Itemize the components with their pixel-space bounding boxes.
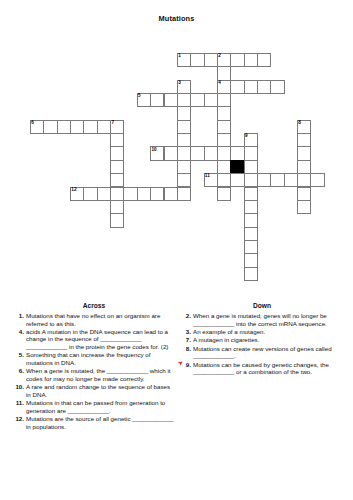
grid-cell[interactable] xyxy=(110,120,124,134)
grid-cell[interactable] xyxy=(164,146,178,160)
grid-cell[interactable] xyxy=(217,173,231,187)
grid-cell[interactable] xyxy=(30,120,44,134)
grid-cell[interactable] xyxy=(217,187,231,201)
grid-cell[interactable] xyxy=(217,53,231,67)
grid-cell[interactable] xyxy=(110,160,124,174)
grid-cell[interactable] xyxy=(190,93,204,107)
grid-cell[interactable] xyxy=(164,93,178,107)
puzzle-title: Mutations xyxy=(0,14,353,23)
grid-cell[interactable] xyxy=(70,187,84,201)
grid-cell[interactable] xyxy=(150,146,164,160)
grid-cell[interactable] xyxy=(110,187,124,201)
across-clue-4: 4.acids A mutation in the DNA sequence c… xyxy=(13,328,175,351)
grid-cell[interactable] xyxy=(297,160,311,174)
grid-cell[interactable] xyxy=(110,213,124,227)
grid-cell[interactable] xyxy=(97,187,111,201)
grid-cell[interactable] xyxy=(244,173,258,187)
across-clue-1: 1.Mutations that have no effect on an or… xyxy=(13,312,175,327)
grid-cell[interactable] xyxy=(297,146,311,160)
grid-cell[interactable] xyxy=(244,53,258,67)
clue-text: Mutations are the source of all genetic … xyxy=(26,415,175,430)
grid-cell[interactable] xyxy=(244,213,258,227)
grid-cell[interactable] xyxy=(230,146,244,160)
across-clue-11: 11.Mutations in that can be passed from … xyxy=(13,399,175,414)
grid-cell[interactable] xyxy=(284,173,298,187)
grid-cell[interactable] xyxy=(204,173,218,187)
grid-cell[interactable] xyxy=(244,187,258,201)
clue-number: 5. xyxy=(13,351,26,366)
grid-cell[interactable] xyxy=(310,173,324,187)
clue-text: Mutations can create new versions of gen… xyxy=(193,345,344,360)
grid-cell[interactable] xyxy=(177,187,191,201)
grid-cell[interactable] xyxy=(297,200,311,214)
clue-number: 11. xyxy=(13,399,26,414)
across-clue-12: 12.Mutations are the source of all genet… xyxy=(13,415,175,430)
grid-cell[interactable] xyxy=(83,187,97,201)
clue-text: Mutations can be caused by genetic chang… xyxy=(193,361,344,376)
down-clue-list: 2.When a gene is mutated, genes will no … xyxy=(180,312,344,376)
clue-text: Mutations that have no effect on an orga… xyxy=(26,312,175,327)
crossword-grid: 123456789101112 xyxy=(30,53,324,280)
grid-cell[interactable] xyxy=(204,146,218,160)
grid-cell[interactable] xyxy=(204,53,218,67)
down-column: Down 2.When a gene is mutated, genes wil… xyxy=(180,302,344,376)
grid-cell[interactable] xyxy=(177,133,191,147)
grid-cell[interactable] xyxy=(57,120,71,134)
grid-cell[interactable] xyxy=(217,160,231,174)
clue-number: 2. xyxy=(180,312,193,327)
across-header: Across xyxy=(13,302,175,309)
grid-cell[interactable] xyxy=(244,160,258,174)
down-clue-7: 7.A mutagen in cigarettes. xyxy=(180,336,344,344)
grid-cell[interactable] xyxy=(217,120,231,134)
grid-cell[interactable] xyxy=(177,106,191,120)
grid-cell[interactable] xyxy=(83,120,97,134)
clue-number: 8. xyxy=(180,345,193,360)
grid-cell[interactable] xyxy=(217,106,231,120)
across-clue-5: 5.Something that can increase the freque… xyxy=(13,351,175,366)
across-clue-list: 1.Mutations that have no effect on an or… xyxy=(13,312,175,430)
grid-cell[interactable] xyxy=(297,187,311,201)
grid-cell[interactable] xyxy=(70,120,84,134)
clue-text: A rare and random change to the sequence… xyxy=(26,383,175,398)
across-clue-6: 6.When a gene is mutated, the __________… xyxy=(13,367,175,382)
clue-text: acids A mutation in the DNA sequence can… xyxy=(26,328,175,351)
clue-text: A mutagen in cigarettes. xyxy=(193,336,344,344)
grid-cell[interactable] xyxy=(150,187,164,201)
grid-cell[interactable] xyxy=(177,146,191,160)
clue-number: 1. xyxy=(13,312,26,327)
grid-cell[interactable] xyxy=(110,173,124,187)
clue-text: An example of a mutagen. xyxy=(193,328,344,336)
grid-cell[interactable] xyxy=(177,93,191,107)
grid-cell[interactable] xyxy=(190,146,204,160)
grid-cell[interactable] xyxy=(217,80,231,94)
grid-cell[interactable] xyxy=(177,120,191,134)
grid-cell[interactable] xyxy=(217,146,231,160)
clue-number: 7. xyxy=(180,336,193,344)
grid-cell[interactable] xyxy=(257,53,271,67)
grid-cell[interactable] xyxy=(177,173,191,187)
grid-cell[interactable] xyxy=(190,53,204,67)
down-clue-3: 3.An example of a mutagen. xyxy=(180,328,344,336)
down-clue-2: 2.When a gene is mutated, genes will no … xyxy=(180,312,344,327)
grid-cell[interactable] xyxy=(110,133,124,147)
grid-cell[interactable] xyxy=(230,173,244,187)
grid-cell[interactable] xyxy=(177,53,191,67)
grid-cell[interactable] xyxy=(137,93,151,107)
grid-cell[interactable] xyxy=(123,187,137,201)
grid-cell[interactable] xyxy=(257,173,271,187)
down-clue-9: 9.Mutations can be caused by genetic cha… xyxy=(180,361,344,376)
grid-cell[interactable] xyxy=(244,253,258,267)
across-clue-10: 10.A rare and random change to the seque… xyxy=(13,383,175,398)
grid-cell[interactable] xyxy=(217,66,231,80)
grid-cell[interactable] xyxy=(43,120,57,134)
down-header: Down xyxy=(180,302,344,309)
down-clue-8: 8.Mutations can create new versions of g… xyxy=(180,345,344,360)
clue-number: 10. xyxy=(13,383,26,398)
grid-cell[interactable] xyxy=(257,80,271,94)
clue-text: Something that can increase the frequenc… xyxy=(26,351,175,366)
grid-cell[interactable] xyxy=(110,146,124,160)
grid-cell[interactable] xyxy=(230,80,244,94)
grid-cell[interactable] xyxy=(150,93,164,107)
grid-cell[interactable] xyxy=(244,133,258,147)
grid-cell[interactable] xyxy=(297,173,311,187)
grid-cell[interactable] xyxy=(297,133,311,147)
grid-cell[interactable] xyxy=(217,93,231,107)
grid-cell[interactable] xyxy=(177,80,191,94)
grid-cell[interactable] xyxy=(270,80,284,94)
grid-cell[interactable] xyxy=(164,187,178,201)
clue-text: When a gene is mutated, genes will no lo… xyxy=(193,312,344,327)
black-cell xyxy=(230,160,244,174)
grid-cell[interactable] xyxy=(204,93,218,107)
grid-cell[interactable] xyxy=(297,120,311,134)
grid-cell[interactable] xyxy=(230,53,244,67)
grid-cell[interactable] xyxy=(244,146,258,160)
grid-cell[interactable] xyxy=(244,267,258,281)
grid-cell[interactable] xyxy=(270,173,284,187)
grid-cell[interactable] xyxy=(97,120,111,134)
clue-number: 3. xyxy=(180,328,193,336)
grid-cell[interactable] xyxy=(244,240,258,254)
grid-cell[interactable] xyxy=(244,227,258,241)
clue-number: 6. xyxy=(13,367,26,382)
crossword-worksheet-page: Mutations 123456789101112 Across 1.Mutat… xyxy=(0,0,353,500)
clue-number: 4. xyxy=(13,328,26,351)
grid-cell[interactable] xyxy=(110,200,124,214)
grid-cell[interactable] xyxy=(137,187,151,201)
grid-cell[interactable] xyxy=(244,80,258,94)
clue-text: When a gene is mutated, the ____________… xyxy=(26,367,175,382)
grid-cell[interactable] xyxy=(177,160,191,174)
across-column: Across 1.Mutations that have no effect o… xyxy=(13,302,175,431)
clue-text: Mutations in that can be passed from gen… xyxy=(26,399,175,414)
grid-cell[interactable] xyxy=(217,133,231,147)
grid-cell[interactable] xyxy=(244,200,258,214)
clue-number: 12. xyxy=(13,415,26,430)
